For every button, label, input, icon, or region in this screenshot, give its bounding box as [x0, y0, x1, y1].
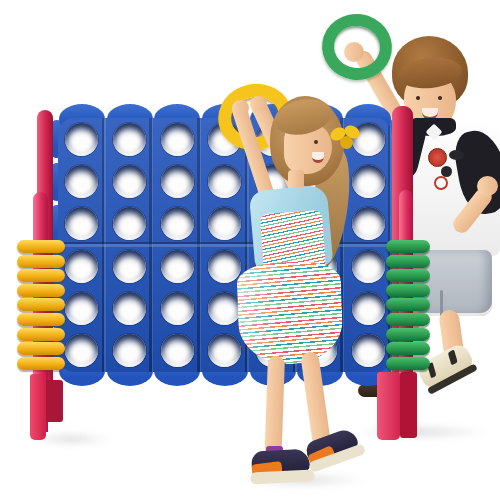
girl-dress-skirt: [236, 260, 343, 366]
girl-hair-bow: [330, 124, 362, 152]
girl-hand-2: [250, 96, 267, 112]
girl-left-leg: [265, 356, 285, 457]
girl-player: [0, 0, 500, 500]
product-photo-giant-connect-four: [0, 0, 500, 500]
bow-knot: [340, 136, 353, 149]
girl-eye: [314, 140, 318, 144]
shoe-left-sole: [250, 469, 315, 484]
girl-hand-1: [232, 100, 249, 116]
girl-right-leg: [300, 351, 331, 449]
